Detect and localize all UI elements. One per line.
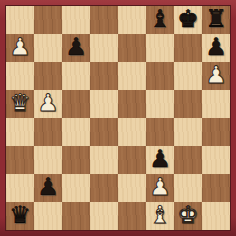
square-f3[interactable]: ♟ — [146, 146, 174, 174]
square-b6[interactable] — [34, 62, 62, 90]
black-pawn-piece: ♟ — [65, 35, 87, 59]
square-a2[interactable] — [6, 174, 34, 202]
white-pawn-piece: ♟ — [205, 63, 227, 87]
square-e4[interactable] — [118, 118, 146, 146]
square-h8[interactable]: ♜ — [202, 6, 230, 34]
black-queen-piece: ♛ — [9, 203, 31, 227]
square-e7[interactable] — [118, 34, 146, 62]
white-pawn-piece: ♟ — [149, 175, 171, 199]
square-a7[interactable]: ♟ — [6, 34, 34, 62]
black-bishop-piece: ♝ — [149, 7, 171, 31]
white-pawn-piece: ♟ — [9, 35, 31, 59]
square-e5[interactable] — [118, 90, 146, 118]
square-g5[interactable] — [174, 90, 202, 118]
square-f6[interactable] — [146, 62, 174, 90]
square-e1[interactable] — [118, 202, 146, 230]
square-g4[interactable] — [174, 118, 202, 146]
black-rook-piece: ♜ — [205, 7, 227, 31]
square-g3[interactable] — [174, 146, 202, 174]
square-d3[interactable] — [90, 146, 118, 174]
black-king-piece: ♚ — [177, 7, 199, 31]
square-c3[interactable] — [62, 146, 90, 174]
square-d2[interactable] — [90, 174, 118, 202]
square-d4[interactable] — [90, 118, 118, 146]
black-pawn-piece: ♟ — [205, 35, 227, 59]
square-b8[interactable] — [34, 6, 62, 34]
square-c5[interactable] — [62, 90, 90, 118]
square-e8[interactable] — [118, 6, 146, 34]
square-e2[interactable] — [118, 174, 146, 202]
square-f5[interactable] — [146, 90, 174, 118]
square-a5[interactable]: ♛ — [6, 90, 34, 118]
square-h4[interactable] — [202, 118, 230, 146]
square-a8[interactable] — [6, 6, 34, 34]
square-g1[interactable]: ♚ — [174, 202, 202, 230]
square-h1[interactable] — [202, 202, 230, 230]
square-f7[interactable] — [146, 34, 174, 62]
square-a3[interactable] — [6, 146, 34, 174]
square-g8[interactable]: ♚ — [174, 6, 202, 34]
white-pawn-piece: ♟ — [37, 91, 59, 115]
square-b7[interactable] — [34, 34, 62, 62]
square-e6[interactable] — [118, 62, 146, 90]
square-d5[interactable] — [90, 90, 118, 118]
square-b2[interactable]: ♟ — [34, 174, 62, 202]
square-b5[interactable]: ♟ — [34, 90, 62, 118]
square-g2[interactable] — [174, 174, 202, 202]
square-f2[interactable]: ♟ — [146, 174, 174, 202]
square-g7[interactable] — [174, 34, 202, 62]
square-h6[interactable]: ♟ — [202, 62, 230, 90]
square-a4[interactable] — [6, 118, 34, 146]
square-b4[interactable] — [34, 118, 62, 146]
chess-board: ♝♚♜♟♟♟♟♛♟♟♟♟♛♝♚ — [5, 5, 231, 231]
white-queen-piece: ♛ — [9, 91, 31, 115]
square-h7[interactable]: ♟ — [202, 34, 230, 62]
square-d7[interactable] — [90, 34, 118, 62]
square-c1[interactable] — [62, 202, 90, 230]
black-pawn-piece: ♟ — [149, 147, 171, 171]
square-f8[interactable]: ♝ — [146, 6, 174, 34]
square-c6[interactable] — [62, 62, 90, 90]
square-d1[interactable] — [90, 202, 118, 230]
square-h3[interactable] — [202, 146, 230, 174]
square-e3[interactable] — [118, 146, 146, 174]
square-a1[interactable]: ♛ — [6, 202, 34, 230]
square-d8[interactable] — [90, 6, 118, 34]
square-f4[interactable] — [146, 118, 174, 146]
square-c4[interactable] — [62, 118, 90, 146]
white-king-piece: ♚ — [177, 203, 199, 227]
white-bishop-piece: ♝ — [149, 203, 171, 227]
chess-board-frame: ♝♚♜♟♟♟♟♛♟♟♟♟♛♝♚ — [0, 0, 236, 236]
square-g6[interactable] — [174, 62, 202, 90]
square-d6[interactable] — [90, 62, 118, 90]
square-h2[interactable] — [202, 174, 230, 202]
square-f1[interactable]: ♝ — [146, 202, 174, 230]
square-c7[interactable]: ♟ — [62, 34, 90, 62]
square-b1[interactable] — [34, 202, 62, 230]
black-pawn-piece: ♟ — [37, 175, 59, 199]
square-c2[interactable] — [62, 174, 90, 202]
square-b3[interactable] — [34, 146, 62, 174]
square-h5[interactable] — [202, 90, 230, 118]
square-c8[interactable] — [62, 6, 90, 34]
square-a6[interactable] — [6, 62, 34, 90]
